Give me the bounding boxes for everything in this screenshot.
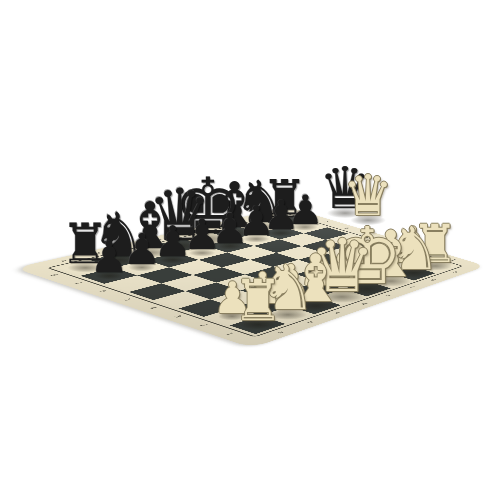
coord-rank-5-a-side: 5 [122,298,133,301]
coord-rank-8-a-side: 8 [49,274,60,277]
coord-rank-4-h-side: 4 [385,240,392,242]
coord-file-f-black-side: f [212,226,219,228]
coord-file-b-white-side: b [306,321,315,324]
coord-file-c-white-side: c [334,311,343,314]
coord-rank-6-h-side: 6 [343,227,350,229]
coord-file-b-black-side: b [93,252,103,255]
coord-file-d-white-side: d [360,302,369,305]
piece-shadow [351,215,386,225]
chess-board-mat: hh88gg77ff66ee55dd44cc33bb22aa11 [14,207,486,348]
coord-file-a-black-side: a [59,259,69,262]
coord-rank-1-a-side: 1 [225,332,235,335]
coord-file-g-black-side: g [237,220,245,222]
coord-rank-8-h-side: 8 [302,215,310,217]
queen-glyph: ♛ [319,160,371,218]
coord-file-e-black-side: e [184,232,193,234]
coord-file-c-black-side: c [125,245,134,247]
coord-file-g-white-side: g [430,278,438,281]
coord-rank-1-h-side: 1 [450,259,457,261]
coord-rank-7-a-side: 7 [73,282,84,285]
queen-glyph: ♛ [343,168,393,224]
piece-shadow [327,208,363,218]
coord-file-d-black-side: d [155,238,164,240]
coord-file-h-white-side: h [451,271,458,273]
coord-rank-2-h-side: 2 [428,252,435,254]
coord-rank-6-a-side: 6 [97,290,108,293]
coord-file-f-white-side: f [409,286,416,288]
coord-file-a-white-side: a [276,331,286,334]
coord-rank-5-h-side: 5 [364,233,371,235]
coord-rank-3-h-side: 3 [406,246,413,248]
chess-set-photo: hh88gg77ff66ee55dd44cc33bb22aa11 ♜♞♝♛♚♝♞… [0,0,500,500]
coord-file-h-black-side: h [262,214,270,216]
coord-rank-4-a-side: 4 [147,306,158,309]
coord-rank-3-a-side: 3 [173,315,184,318]
coord-rank-7-h-side: 7 [322,221,330,223]
coord-file-e-white-side: e [384,294,392,297]
coord-rank-2-a-side: 2 [198,323,208,326]
board-grid [56,215,456,334]
